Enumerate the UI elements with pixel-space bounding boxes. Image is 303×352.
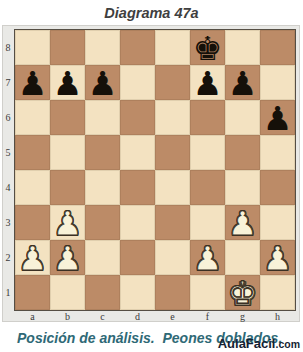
square-h5 [260, 135, 295, 170]
rank-label-3: 3 [2, 205, 14, 240]
watermark-brand: AulaFacil [218, 336, 276, 351]
black-pawn-b7: ♟ [50, 65, 85, 100]
black-pawn-c7: ♟ [85, 65, 120, 100]
black-pawn-h6: ♟ [260, 100, 295, 135]
square-c8 [85, 30, 120, 65]
square-c1 [85, 275, 120, 310]
square-f2: ♟ [190, 240, 225, 275]
rank-label-4: 4 [2, 170, 14, 205]
chess-diagram-page: Diagrama 47a 87654321 ♚♟♟♟♟♟♟♟♟♟♟♟♟♚ abc… [0, 0, 303, 352]
square-e3 [155, 205, 190, 240]
square-d7 [120, 65, 155, 100]
square-h2: ♟ [260, 240, 295, 275]
square-g1: ♚ [225, 275, 260, 310]
square-f1 [190, 275, 225, 310]
square-g7: ♟ [225, 65, 260, 100]
square-e7 [155, 65, 190, 100]
square-h4 [260, 170, 295, 205]
square-d8 [120, 30, 155, 65]
white-pawn-g3: ♟ [225, 205, 260, 240]
rank-label-5: 5 [2, 135, 14, 170]
black-pawn-a7: ♟ [15, 65, 50, 100]
square-b5 [50, 135, 85, 170]
square-d2 [120, 240, 155, 275]
file-label-d: d [120, 311, 155, 322]
rank-label-1: 1 [2, 275, 14, 310]
square-c2 [85, 240, 120, 275]
square-e2 [155, 240, 190, 275]
file-label-b: b [50, 311, 85, 322]
square-g8 [225, 30, 260, 65]
square-e8 [155, 30, 190, 65]
square-a4 [15, 170, 50, 205]
file-label-a: a [15, 311, 50, 322]
square-f5 [190, 135, 225, 170]
square-c5 [85, 135, 120, 170]
white-pawn-b3: ♟ [50, 205, 85, 240]
square-e5 [155, 135, 190, 170]
square-a2: ♟ [15, 240, 50, 275]
square-g6 [225, 100, 260, 135]
square-a5 [15, 135, 50, 170]
square-a6 [15, 100, 50, 135]
square-c7: ♟ [85, 65, 120, 100]
square-f3 [190, 205, 225, 240]
file-label-e: e [155, 311, 190, 322]
white-pawn-f2: ♟ [190, 240, 225, 275]
square-g3: ♟ [225, 205, 260, 240]
square-b6 [50, 100, 85, 135]
square-h1 [260, 275, 295, 310]
white-king-g1: ♚ [225, 275, 260, 310]
square-h7 [260, 65, 295, 100]
square-b2: ♟ [50, 240, 85, 275]
square-b8 [50, 30, 85, 65]
square-e6 [155, 100, 190, 135]
square-b3: ♟ [50, 205, 85, 240]
watermark-suffix: .com [275, 338, 300, 350]
square-f7: ♟ [190, 65, 225, 100]
file-label-f: f [190, 311, 225, 322]
square-d4 [120, 170, 155, 205]
square-a8 [15, 30, 50, 65]
file-label-h: h [260, 311, 295, 322]
black-pawn-f7: ♟ [190, 65, 225, 100]
square-f8: ♚ [190, 30, 225, 65]
square-d3 [120, 205, 155, 240]
square-f4 [190, 170, 225, 205]
square-d5 [120, 135, 155, 170]
square-c3 [85, 205, 120, 240]
white-pawn-b2: ♟ [50, 240, 85, 275]
black-pawn-g7: ♟ [225, 65, 260, 100]
rank-label-2: 2 [2, 240, 14, 275]
black-king-f8: ♚ [190, 30, 225, 65]
white-pawn-a2: ♟ [15, 240, 50, 275]
square-d1 [120, 275, 155, 310]
square-h8 [260, 30, 295, 65]
chess-board: ♚♟♟♟♟♟♟♟♟♟♟♟♟♚ [14, 29, 296, 311]
square-f6 [190, 100, 225, 135]
square-h3 [260, 205, 295, 240]
rank-label-6: 6 [2, 100, 14, 135]
rank-label-7: 7 [2, 65, 14, 100]
square-b1 [50, 275, 85, 310]
diagram-title: Diagrama 47a [0, 5, 303, 21]
square-a1 [15, 275, 50, 310]
square-g2 [225, 240, 260, 275]
file-label-g: g [225, 311, 260, 322]
square-b7: ♟ [50, 65, 85, 100]
square-g5 [225, 135, 260, 170]
white-pawn-h2: ♟ [260, 240, 295, 275]
square-e4 [155, 170, 190, 205]
rank-label-8: 8 [2, 30, 14, 65]
square-a3 [15, 205, 50, 240]
file-label-c: c [85, 311, 120, 322]
square-e1 [155, 275, 190, 310]
rank-labels: 87654321 [2, 30, 14, 310]
file-labels: abcdefgh [15, 311, 295, 322]
square-c6 [85, 100, 120, 135]
square-b4 [50, 170, 85, 205]
square-d6 [120, 100, 155, 135]
square-a7: ♟ [15, 65, 50, 100]
watermark: AulaFacil.com [218, 336, 300, 351]
square-c4 [85, 170, 120, 205]
square-g4 [225, 170, 260, 205]
square-h6: ♟ [260, 100, 295, 135]
